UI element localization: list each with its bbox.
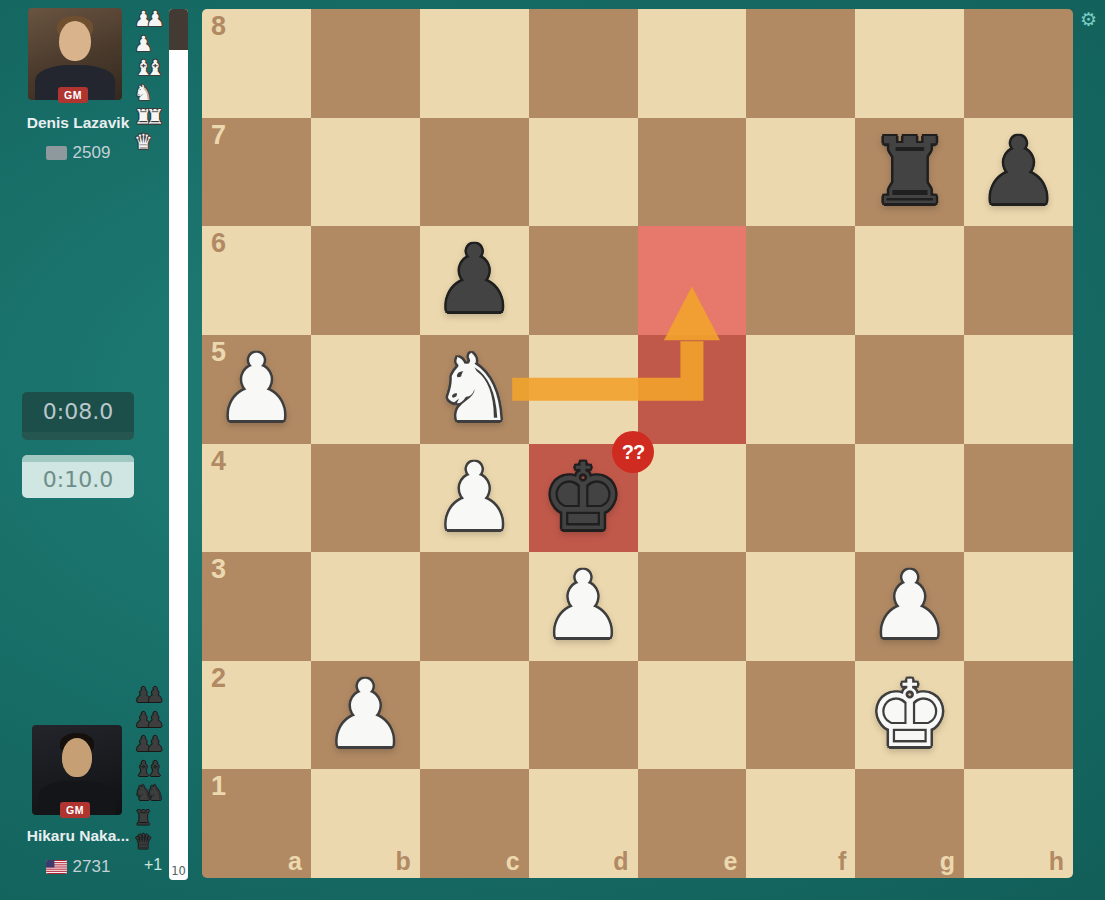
square-b8[interactable] [311,9,420,118]
square-b1[interactable]: b [311,769,420,878]
square-e6[interactable] [638,226,747,335]
square-h1[interactable]: h [964,769,1073,878]
avatar-silhouette [59,21,91,61]
square-c1[interactable]: c [420,769,529,878]
eval-bar: 10 [169,9,188,880]
square-e7[interactable] [638,118,747,227]
captured-group: ♟♟ [134,685,168,706]
white-pawn-captured-icon: ♟ [146,7,165,31]
square-f4[interactable] [746,444,855,553]
player-top-rating-row: 2509 [0,143,156,163]
square-d8[interactable] [529,9,638,118]
us-flag-icon [46,860,67,874]
chess-app: GM Denis Lazavik 2509 0:08.0 0:10.0 GM H… [0,0,1105,900]
square-d6[interactable] [529,226,638,335]
square-d4[interactable] [529,444,638,553]
captured-group: ♝♝ [134,759,168,780]
square-a7[interactable]: 7 [202,118,311,227]
square-b7[interactable] [311,118,420,227]
gm-title-badge: GM [58,87,88,103]
black-knight-captured-icon: ♞ [146,781,165,805]
square-h2[interactable] [964,661,1073,770]
black-pawn-captured-icon: ♟ [146,683,165,707]
chess-board: 87654321abcdefgh [202,9,1073,878]
square-g7[interactable] [855,118,964,227]
captured-group: ♟ [134,34,168,55]
rank-label-6: 6 [211,228,226,259]
square-d1[interactable]: d [529,769,638,878]
captured-group: ♛ [134,832,168,853]
player-bottom-rating-row: 2731 [0,857,156,877]
square-b5[interactable] [311,335,420,444]
rank-label-5: 5 [211,337,226,368]
square-d5[interactable] [529,335,638,444]
square-g2[interactable] [855,661,964,770]
square-f6[interactable] [746,226,855,335]
black-bishop-captured-icon: ♝ [146,757,165,781]
settings-gear-icon[interactable]: ⚙ [1080,8,1097,30]
captured-group: ♟♟ [134,710,168,731]
captured-group: ♟♟ [134,9,168,30]
captured-group: ♜♜ [134,107,168,128]
square-f8[interactable] [746,9,855,118]
black-rook-captured-icon: ♜ [134,806,153,830]
square-a1[interactable]: 1a [202,769,311,878]
square-c5[interactable] [420,335,529,444]
square-h7[interactable] [964,118,1073,227]
square-e5[interactable] [638,335,747,444]
square-a5[interactable]: 5 [202,335,311,444]
captured-group: ♛ [134,132,168,153]
white-rook-captured-icon: ♜ [146,105,165,129]
square-h3[interactable] [964,552,1073,661]
rank-label-8: 8 [211,11,226,42]
avatar-silhouette [62,738,93,778]
rank-label-3: 3 [211,554,226,585]
square-c8[interactable] [420,9,529,118]
square-h6[interactable] [964,226,1073,335]
rank-label-1: 1 [211,771,226,802]
square-e8[interactable] [638,9,747,118]
square-c3[interactable] [420,552,529,661]
square-a4[interactable]: 4 [202,444,311,553]
square-e3[interactable] [638,552,747,661]
square-c7[interactable] [420,118,529,227]
eval-bar-black-portion [169,9,188,50]
rank-label-2: 2 [211,663,226,694]
captured-group: ♜ [134,808,168,829]
square-h5[interactable] [964,335,1073,444]
square-a3[interactable]: 3 [202,552,311,661]
file-label-a: a [288,847,302,876]
square-a6[interactable]: 6 [202,226,311,335]
square-a8[interactable]: 8 [202,9,311,118]
square-c4[interactable] [420,444,529,553]
square-g4[interactable] [855,444,964,553]
file-label-g: g [940,847,955,876]
player-top-name[interactable]: Denis Lazavik [0,114,156,132]
square-g5[interactable] [855,335,964,444]
captured-group: ♝♝ [134,58,168,79]
file-label-f: f [838,847,846,876]
captured-pieces-bottom-tray: ♟♟♟♟♟♟♝♝♞♞♜♛ [134,685,168,853]
player-bottom-rating: 2731 [73,857,111,877]
square-d3[interactable] [529,552,638,661]
file-label-e: e [723,847,737,876]
player-top-rating: 2509 [73,143,111,163]
square-e4[interactable] [638,444,747,553]
square-g6[interactable] [855,226,964,335]
square-e2[interactable] [638,661,747,770]
square-b6[interactable] [311,226,420,335]
square-f3[interactable] [746,552,855,661]
rank-label-4: 4 [211,446,226,477]
square-f2[interactable] [746,661,855,770]
file-label-b: b [395,847,410,876]
player-bottom-name[interactable]: Hikaru Naka... [0,827,156,845]
white-knight-captured-icon: ♞ [134,81,153,105]
file-label-c: c [506,847,520,876]
square-f7[interactable] [746,118,855,227]
square-g1[interactable]: g [855,769,964,878]
black-clock: 0:08.0 [22,392,134,440]
square-e1[interactable]: e [638,769,747,878]
rank-label-7: 7 [211,120,226,151]
square-f1[interactable]: f [746,769,855,878]
black-pawn-captured-icon: ♟ [146,732,165,756]
square-d7[interactable] [529,118,638,227]
square-a2[interactable]: 2 [202,661,311,770]
captured-group: ♞ [134,83,168,104]
eval-score: 10 [169,864,188,878]
square-g3[interactable] [855,552,964,661]
square-g8[interactable] [855,9,964,118]
square-b2[interactable] [311,661,420,770]
square-f5[interactable] [746,335,855,444]
material-advantage: +1 [138,856,168,874]
black-pawn-captured-icon: ♟ [146,708,165,732]
white-bishop-captured-icon: ♝ [146,56,165,80]
square-b4[interactable] [311,444,420,553]
square-c2[interactable] [420,661,529,770]
captured-group: ♞♞ [134,783,168,804]
white-queen-captured-icon: ♛ [134,130,153,154]
square-c6[interactable] [420,226,529,335]
square-h8[interactable] [964,9,1073,118]
captured-group: ♟♟ [134,734,168,755]
square-h4[interactable] [964,444,1073,553]
gray-flag-icon [46,146,67,160]
square-b3[interactable] [311,552,420,661]
black-queen-captured-icon: ♛ [134,830,153,854]
white-pawn-captured-icon: ♟ [134,32,153,56]
captured-pieces-top-tray: ♟♟♟♝♝♞♜♜♛ [134,9,168,153]
square-d2[interactable] [529,661,638,770]
gm-title-badge: GM [60,802,90,818]
file-label-d: d [613,847,628,876]
white-clock: 0:10.0 [22,455,134,498]
file-label-h: h [1049,847,1064,876]
